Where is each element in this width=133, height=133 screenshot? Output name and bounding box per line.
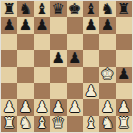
square-b6[interactable] [17, 34, 33, 50]
piece-bp-f7[interactable]: ♟ [84, 18, 97, 33]
square-g7[interactable]: ♟ [99, 17, 115, 33]
square-f7[interactable]: ♟ [83, 17, 99, 33]
square-h7[interactable] [116, 17, 132, 33]
square-e1[interactable] [67, 116, 83, 132]
square-b8[interactable]: ♞ [17, 1, 33, 17]
square-a7[interactable]: ♟ [1, 17, 17, 33]
piece-wk-g4[interactable]: ♚ [101, 67, 114, 82]
square-g1[interactable]: ♞ [99, 116, 115, 132]
square-f4[interactable] [83, 67, 99, 83]
piece-bn-b8[interactable]: ♞ [19, 2, 32, 17]
square-d3[interactable] [50, 83, 66, 99]
square-h4[interactable]: ♟ [116, 67, 132, 83]
piece-bp-c7[interactable]: ♟ [35, 18, 48, 33]
square-b3[interactable] [17, 83, 33, 99]
square-h5[interactable] [116, 50, 132, 66]
square-a5[interactable] [1, 50, 17, 66]
square-f1[interactable]: ♝ [83, 116, 99, 132]
square-d4[interactable] [50, 67, 66, 83]
piece-bp-e5[interactable]: ♟ [68, 51, 81, 66]
square-c3[interactable] [34, 83, 50, 99]
square-b2[interactable]: ♟ [17, 99, 33, 115]
square-g2[interactable]: ♟ [99, 99, 115, 115]
square-f3[interactable]: ♟ [83, 83, 99, 99]
square-a3[interactable] [1, 83, 17, 99]
square-h2[interactable]: ♟ [116, 99, 132, 115]
piece-br-h8[interactable]: ♜ [117, 2, 130, 17]
square-g3[interactable] [99, 83, 115, 99]
square-e7[interactable] [67, 17, 83, 33]
square-c7[interactable]: ♟ [34, 17, 50, 33]
square-g5[interactable] [99, 50, 115, 66]
square-c4[interactable] [34, 67, 50, 83]
square-a8[interactable]: ♜ [1, 1, 17, 17]
square-a4[interactable] [1, 67, 17, 83]
piece-bp-h4[interactable]: ♟ [117, 67, 130, 82]
piece-bp-d5[interactable]: ♟ [52, 51, 65, 66]
square-h6[interactable] [116, 34, 132, 50]
square-h3[interactable] [116, 83, 132, 99]
piece-bp-a7[interactable]: ♟ [2, 18, 15, 33]
piece-wr-a1[interactable]: ♜ [2, 116, 15, 131]
piece-bb-f8[interactable]: ♝ [84, 2, 97, 17]
square-e6[interactable] [67, 34, 83, 50]
square-c6[interactable] [34, 34, 50, 50]
square-h8[interactable]: ♜ [116, 1, 132, 17]
square-d7[interactable] [50, 17, 66, 33]
piece-bk-e8[interactable]: ♚ [68, 2, 81, 17]
piece-bq-d8[interactable]: ♛ [52, 2, 65, 17]
piece-wp-g2[interactable]: ♟ [101, 100, 114, 115]
piece-wp-a2[interactable]: ♟ [2, 100, 15, 115]
piece-wb-c1[interactable]: ♝ [35, 116, 48, 131]
square-a1[interactable]: ♜ [1, 116, 17, 132]
square-f6[interactable] [83, 34, 99, 50]
piece-bb-c8[interactable]: ♝ [35, 2, 48, 17]
board-grid: ♜♞♝♛♚♝♞♜♟♟♟♟♟♟♟♚♟♟♟♟♟♟♟♟♟♜♞♝♛♝♞♜ [1, 1, 132, 132]
square-g6[interactable] [99, 34, 115, 50]
square-c8[interactable]: ♝ [34, 1, 50, 17]
square-d1[interactable]: ♛ [50, 116, 66, 132]
square-a6[interactable] [1, 34, 17, 50]
square-e8[interactable]: ♚ [67, 1, 83, 17]
square-e3[interactable] [67, 83, 83, 99]
piece-bn-g8[interactable]: ♞ [101, 2, 114, 17]
square-e2[interactable]: ♟ [67, 99, 83, 115]
square-c1[interactable]: ♝ [34, 116, 50, 132]
square-d6[interactable] [50, 34, 66, 50]
piece-wp-b2[interactable]: ♟ [19, 100, 32, 115]
square-g4[interactable]: ♚ [99, 67, 115, 83]
square-f2[interactable] [83, 99, 99, 115]
square-d5[interactable]: ♟ [50, 50, 66, 66]
square-e5[interactable]: ♟ [67, 50, 83, 66]
piece-wq-d1[interactable]: ♛ [52, 116, 65, 131]
square-d2[interactable]: ♟ [50, 99, 66, 115]
piece-bp-g7[interactable]: ♟ [101, 18, 114, 33]
piece-wp-h2[interactable]: ♟ [117, 100, 130, 115]
square-b5[interactable] [17, 50, 33, 66]
piece-wr-h1[interactable]: ♜ [117, 116, 130, 131]
square-b4[interactable] [17, 67, 33, 83]
square-f8[interactable]: ♝ [83, 1, 99, 17]
square-c2[interactable]: ♟ [34, 99, 50, 115]
piece-wp-c2[interactable]: ♟ [35, 100, 48, 115]
piece-wn-g1[interactable]: ♞ [101, 116, 114, 131]
square-h1[interactable]: ♜ [116, 116, 132, 132]
piece-bp-b7[interactable]: ♟ [19, 18, 32, 33]
square-a2[interactable]: ♟ [1, 99, 17, 115]
chess-board: ♜♞♝♛♚♝♞♜♟♟♟♟♟♟♟♚♟♟♟♟♟♟♟♟♟♜♞♝♛♝♞♜ [0, 0, 133, 133]
square-b7[interactable]: ♟ [17, 17, 33, 33]
piece-wp-f3[interactable]: ♟ [84, 84, 97, 99]
piece-wn-b1[interactable]: ♞ [19, 116, 32, 131]
piece-wp-d2[interactable]: ♟ [52, 100, 65, 115]
square-b1[interactable]: ♞ [17, 116, 33, 132]
square-e4[interactable] [67, 67, 83, 83]
square-g8[interactable]: ♞ [99, 1, 115, 17]
piece-wp-e2[interactable]: ♟ [68, 100, 81, 115]
square-d8[interactable]: ♛ [50, 1, 66, 17]
piece-br-a8[interactable]: ♜ [2, 2, 15, 17]
square-f5[interactable] [83, 50, 99, 66]
square-c5[interactable] [34, 50, 50, 66]
piece-wb-f1[interactable]: ♝ [84, 116, 97, 131]
